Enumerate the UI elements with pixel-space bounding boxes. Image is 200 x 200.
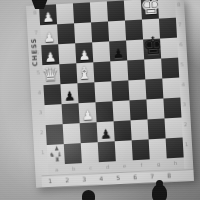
square-e4[interactable]: [111, 80, 129, 101]
square-c2[interactable]: [80, 122, 98, 143]
board-logo: ♟♞♝♜: [48, 145, 64, 164]
fold-number-5: 5: [110, 173, 127, 185]
square-a5[interactable]: ♛: [42, 64, 60, 85]
square-h5[interactable]: [161, 58, 179, 79]
square-c4[interactable]: [77, 82, 95, 103]
board-photo: 87654321 CHESS ♟♚♟♟♟♟♚♛♝♟♟♟♟♞♝♜ 87654321…: [0, 0, 200, 200]
right-rank-3: 3: [183, 101, 187, 121]
square-a1[interactable]: ♟♞♝♜: [47, 144, 65, 165]
square-g4[interactable]: [145, 79, 163, 100]
square-d4[interactable]: [94, 81, 112, 102]
left-rank-5: 5: [37, 69, 41, 89]
right-rank-8: 8: [177, 1, 181, 21]
cutoff-piece-bottom-left-icon: [82, 190, 95, 200]
square-h3[interactable]: [163, 98, 181, 119]
piece-white-pawn-c6[interactable]: ♟: [75, 48, 93, 62]
fold-number-4: 4: [93, 174, 110, 186]
right-rank-4: 4: [181, 81, 185, 101]
piece-black-king-g6[interactable]: ♚: [142, 34, 160, 59]
square-f3[interactable]: [129, 99, 147, 120]
square-f7[interactable]: [125, 20, 143, 41]
square-e5[interactable]: [110, 60, 128, 81]
square-c3[interactable]: ♟: [79, 102, 97, 123]
square-d2[interactable]: ♟: [97, 121, 115, 142]
piece-white-bishop-c5[interactable]: ♝: [75, 64, 93, 82]
square-b2[interactable]: [63, 123, 81, 144]
square-b4[interactable]: ♟: [60, 83, 78, 104]
square-g8[interactable]: ♚: [141, 0, 159, 20]
right-rank-7: 7: [178, 21, 182, 41]
square-h2[interactable]: [164, 117, 182, 138]
square-g5[interactable]: [144, 59, 162, 80]
fold-number-8: 8: [160, 171, 177, 183]
piece-white-pawn-c3[interactable]: ♟: [79, 108, 97, 122]
left-rank-1: 1: [41, 149, 45, 169]
square-d8[interactable]: [90, 1, 108, 22]
right-rank-1: 1: [185, 141, 189, 161]
square-d5[interactable]: [93, 61, 111, 82]
square-c6[interactable]: ♟: [75, 42, 93, 63]
square-a7[interactable]: ♟: [40, 24, 58, 45]
piece-white-king-g8[interactable]: ♚: [140, 0, 158, 19]
square-c5[interactable]: ♝: [76, 62, 94, 83]
square-e3[interactable]: [112, 100, 130, 121]
square-b8[interactable]: [56, 3, 74, 24]
square-f4[interactable]: [128, 79, 146, 100]
piece-white-pawn-a8[interactable]: ♟: [39, 10, 57, 24]
square-g2[interactable]: [148, 118, 166, 139]
right-rank-5: 5: [180, 61, 184, 81]
square-e7[interactable]: [108, 20, 126, 41]
square-e8[interactable]: [107, 1, 125, 22]
square-h8[interactable]: [158, 0, 176, 19]
square-b7[interactable]: [57, 23, 75, 44]
square-e1[interactable]: [115, 140, 133, 161]
left-rank-8: 8: [33, 9, 37, 29]
square-h6[interactable]: [160, 38, 178, 59]
board-brand-text: CHESS: [30, 37, 40, 66]
square-c1[interactable]: [81, 142, 99, 163]
square-f5[interactable]: [127, 59, 145, 80]
square-e6[interactable]: ♟: [109, 40, 127, 61]
cutoff-piece-bottom-right-icon: [152, 184, 167, 200]
square-a2[interactable]: [46, 124, 64, 145]
right-rank-2: 2: [184, 121, 188, 141]
left-rank-3: 3: [39, 109, 43, 129]
square-f1[interactable]: [132, 139, 150, 160]
piece-black-pawn-b4[interactable]: ♟: [61, 89, 79, 103]
left-rank-4: 4: [38, 89, 42, 109]
board-grid: ♟♚♟♟♟♟♚♛♝♟♟♟♟♞♝♜: [39, 0, 184, 165]
square-a3[interactable]: [45, 104, 63, 125]
square-g6[interactable]: ♚: [143, 39, 161, 60]
fold-number-1: 1: [42, 176, 59, 188]
piece-white-queen-a5[interactable]: ♛: [41, 64, 59, 84]
square-g1[interactable]: [149, 138, 167, 159]
square-h1[interactable]: [166, 137, 184, 158]
fold-number-6: 6: [127, 172, 144, 184]
piece-black-pawn-e6[interactable]: ♟: [109, 46, 127, 60]
chess-board: 87654321 CHESS ♟♚♟♟♟♟♚♛♝♟♟♟♟♞♝♜ 87654321…: [26, 0, 194, 188]
piece-white-pawn-a7[interactable]: ♟: [40, 30, 58, 44]
file-label-e: e: [116, 160, 134, 172]
file-label-f: f: [133, 159, 151, 171]
square-d1[interactable]: [98, 141, 116, 162]
square-b1[interactable]: [64, 143, 82, 164]
file-label-g: g: [150, 158, 168, 170]
square-a4[interactable]: [43, 84, 61, 105]
right-rank-6: 6: [179, 41, 183, 61]
square-e2[interactable]: [114, 120, 132, 141]
piece-black-pawn-d2[interactable]: ♟: [97, 127, 115, 141]
square-d3[interactable]: [95, 101, 113, 122]
square-h4[interactable]: [162, 78, 180, 99]
left-rank-2: 2: [40, 129, 44, 149]
square-d7[interactable]: [91, 21, 109, 42]
fold-number-2: 2: [59, 175, 76, 187]
fold-number-3: 3: [76, 174, 93, 186]
logo-bottom-glyph-icon: ♜: [54, 156, 60, 162]
square-g3[interactable]: [146, 98, 164, 119]
square-b3[interactable]: [62, 103, 80, 124]
square-c7[interactable]: [74, 22, 92, 43]
square-f2[interactable]: [131, 119, 149, 140]
square-b6[interactable]: [58, 43, 76, 64]
file-label-h: h: [167, 157, 185, 169]
square-d6[interactable]: [92, 41, 110, 62]
square-c8[interactable]: [73, 2, 91, 23]
